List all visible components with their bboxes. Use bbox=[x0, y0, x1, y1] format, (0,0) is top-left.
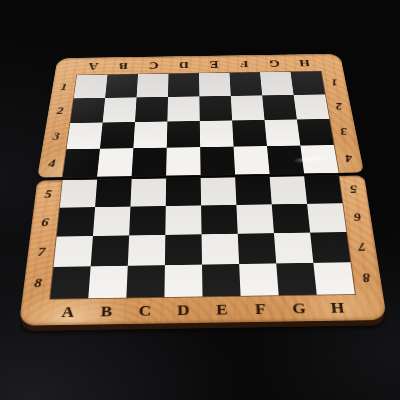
square-c3 bbox=[133, 121, 167, 148]
rank-label-6-right: 6 bbox=[342, 203, 373, 232]
square-e7 bbox=[202, 234, 240, 265]
squares-ranks-1-4 bbox=[63, 71, 339, 177]
square-e6 bbox=[201, 205, 238, 234]
file-label-h-top: H bbox=[289, 58, 321, 68]
square-e1 bbox=[199, 73, 231, 97]
square-h4 bbox=[300, 145, 338, 173]
square-h1 bbox=[291, 71, 326, 95]
square-c7 bbox=[128, 235, 166, 266]
file-label-b-top: B bbox=[108, 61, 139, 71]
square-e8 bbox=[202, 264, 241, 296]
chessboard: ABCDEFGH 1234 1234 5678 5678 bbox=[0, 0, 400, 400]
square-b8 bbox=[88, 266, 128, 298]
square-g5 bbox=[270, 176, 307, 204]
square-d2 bbox=[167, 96, 199, 121]
square-a2 bbox=[70, 98, 105, 123]
square-b6 bbox=[93, 207, 130, 236]
rank-label-5-left: 5 bbox=[34, 180, 63, 208]
square-d8 bbox=[164, 265, 202, 297]
square-c5 bbox=[130, 179, 166, 207]
file-label-c-bottom: C bbox=[125, 303, 164, 319]
square-b4 bbox=[97, 148, 133, 176]
square-c4 bbox=[132, 148, 167, 176]
square-h8 bbox=[313, 262, 354, 294]
square-a5 bbox=[60, 180, 97, 208]
square-g6 bbox=[272, 204, 310, 233]
rank-label-6-left: 6 bbox=[30, 208, 60, 237]
square-a7 bbox=[54, 236, 93, 267]
square-c1 bbox=[137, 74, 169, 98]
rank-label-1-right: 1 bbox=[321, 71, 348, 94]
square-e3 bbox=[200, 120, 234, 147]
square-g3 bbox=[265, 119, 301, 146]
square-h6 bbox=[307, 203, 346, 232]
square-b7 bbox=[91, 235, 129, 266]
square-a6 bbox=[57, 207, 95, 236]
file-label-f-bottom: F bbox=[241, 301, 280, 317]
square-g7 bbox=[274, 233, 313, 264]
rank-label-8-right: 8 bbox=[350, 262, 382, 294]
file-label-g-bottom: G bbox=[279, 300, 319, 316]
square-c2 bbox=[135, 97, 168, 122]
square-d1 bbox=[168, 73, 199, 97]
file-label-a-bottom: A bbox=[48, 304, 88, 320]
square-a3 bbox=[67, 123, 103, 150]
square-d5 bbox=[166, 178, 201, 206]
board-top-half: ABCDEFGH 1234 1234 bbox=[18, 0, 381, 178]
square-g8 bbox=[276, 263, 317, 295]
square-f5 bbox=[235, 177, 272, 205]
square-b3 bbox=[100, 122, 135, 149]
square-f4 bbox=[234, 146, 270, 174]
photo-background: ABCDEFGH 1234 1234 5678 5678 bbox=[0, 0, 400, 400]
square-b2 bbox=[103, 97, 137, 122]
square-c8 bbox=[126, 265, 165, 297]
square-f8 bbox=[239, 263, 279, 295]
square-a4 bbox=[63, 149, 100, 177]
square-e5 bbox=[201, 177, 237, 205]
square-d6 bbox=[165, 205, 201, 234]
squares-ranks-5-8 bbox=[50, 176, 355, 299]
file-label-d-bottom: D bbox=[164, 302, 203, 318]
rank-label-7-right: 7 bbox=[346, 232, 377, 263]
square-e2 bbox=[199, 96, 232, 121]
square-h5 bbox=[304, 176, 342, 204]
square-c6 bbox=[129, 206, 166, 235]
square-d4 bbox=[166, 147, 200, 175]
square-a8 bbox=[50, 266, 90, 299]
square-f2 bbox=[231, 95, 265, 120]
square-b1 bbox=[105, 74, 138, 98]
square-e4 bbox=[200, 147, 235, 175]
file-label-e-bottom: E bbox=[203, 301, 242, 317]
file-label-e-top: E bbox=[199, 59, 230, 69]
file-label-d-top: D bbox=[169, 60, 199, 70]
rank-label-1-left: 1 bbox=[51, 75, 77, 99]
square-f3 bbox=[232, 120, 267, 147]
square-h7 bbox=[310, 232, 350, 263]
file-label-h-bottom: H bbox=[317, 300, 357, 316]
square-h3 bbox=[297, 119, 334, 146]
file-label-g-top: G bbox=[259, 58, 290, 68]
square-g1 bbox=[260, 72, 294, 96]
rank-label-4-right: 4 bbox=[334, 145, 364, 173]
rank-label-2-right: 2 bbox=[325, 94, 353, 119]
square-f1 bbox=[230, 72, 263, 96]
rank-label-5-right: 5 bbox=[339, 175, 369, 203]
square-g2 bbox=[262, 95, 297, 120]
file-label-f-top: F bbox=[229, 59, 260, 69]
square-f7 bbox=[238, 233, 277, 264]
square-g4 bbox=[267, 146, 304, 174]
file-label-a-top: A bbox=[78, 61, 109, 71]
rank-label-3-right: 3 bbox=[329, 119, 358, 145]
file-label-c-top: C bbox=[138, 60, 169, 70]
square-h2 bbox=[294, 94, 330, 119]
square-d3 bbox=[167, 121, 200, 148]
rank-label-7-left: 7 bbox=[26, 237, 57, 268]
board-bottom-half: 5678 5678 ABCDEFGH bbox=[21, 175, 384, 363]
square-f6 bbox=[236, 204, 274, 233]
square-d7 bbox=[165, 234, 202, 265]
rank-label-8-left: 8 bbox=[22, 267, 53, 299]
square-a1 bbox=[74, 75, 108, 99]
square-b5 bbox=[95, 179, 132, 207]
file-label-b-bottom: B bbox=[87, 303, 126, 319]
